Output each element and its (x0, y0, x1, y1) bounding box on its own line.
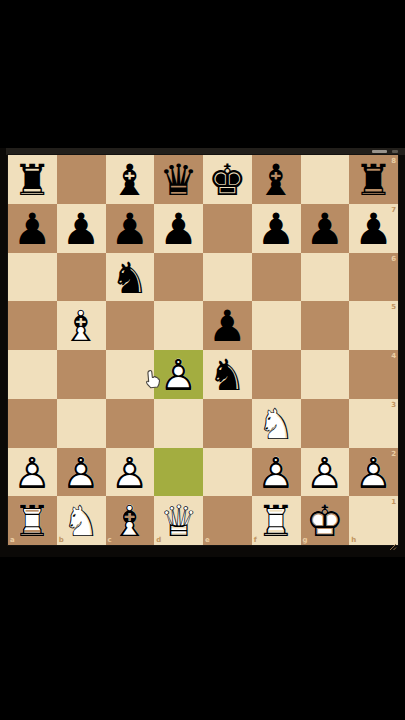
square-d8[interactable]: ♛ (154, 155, 203, 204)
white-pawn[interactable]: ♟♙ (106, 448, 155, 497)
square-e3[interactable] (203, 399, 252, 448)
white-bishop[interactable]: ♝♗ (57, 301, 106, 350)
black-pawn[interactable]: ♟ (57, 204, 106, 253)
square-a2[interactable]: ♟♙ (8, 448, 57, 497)
chess-board: ♜♝♛♚♝♜8♟♟♟♟♟♟♟7♞6♝♗♟5♟♙♞4♞♘3♟♙♟♙♟♙♟♙♟♙♟♙… (8, 155, 398, 545)
rank-label-5: 5 (391, 303, 396, 311)
square-d7[interactable]: ♟ (154, 204, 203, 253)
square-h4[interactable]: 4 (349, 350, 398, 399)
square-a5[interactable] (8, 301, 57, 350)
square-c1[interactable]: ♝♗c (106, 496, 155, 545)
square-b4[interactable] (57, 350, 106, 399)
square-d6[interactable] (154, 253, 203, 302)
white-pawn[interactable]: ♟♙ (349, 448, 398, 497)
square-c8[interactable]: ♝ (106, 155, 155, 204)
black-rook[interactable]: ♜ (8, 155, 57, 204)
square-a1[interactable]: ♜♖a (8, 496, 57, 545)
white-pawn[interactable]: ♟♙ (57, 448, 106, 497)
square-f4[interactable] (252, 350, 301, 399)
square-d3[interactable] (154, 399, 203, 448)
black-pawn[interactable]: ♟ (301, 204, 350, 253)
square-c2[interactable]: ♟♙ (106, 448, 155, 497)
square-d4[interactable]: ♟♙ (154, 350, 203, 399)
square-f1[interactable]: ♜♖f (252, 496, 301, 545)
square-b8[interactable] (57, 155, 106, 204)
square-b2[interactable]: ♟♙ (57, 448, 106, 497)
frame-top-strip (6, 148, 405, 155)
white-pawn[interactable]: ♟♙ (301, 448, 350, 497)
white-pawn[interactable]: ♟♙ (8, 448, 57, 497)
rank-label-1: 1 (391, 498, 396, 506)
file-label-h: h (351, 536, 356, 544)
black-knight[interactable]: ♞ (106, 253, 155, 302)
black-king[interactable]: ♚ (203, 155, 252, 204)
black-knight[interactable]: ♞ (203, 350, 252, 399)
square-c3[interactable] (106, 399, 155, 448)
square-h6[interactable]: 6 (349, 253, 398, 302)
white-knight[interactable]: ♞♘ (252, 399, 301, 448)
square-f2[interactable]: ♟♙ (252, 448, 301, 497)
square-g6[interactable] (301, 253, 350, 302)
white-queen[interactable]: ♛♕ (154, 496, 203, 545)
square-e2[interactable] (203, 448, 252, 497)
square-e7[interactable] (203, 204, 252, 253)
black-pawn[interactable]: ♟ (203, 301, 252, 350)
white-rook[interactable]: ♜♖ (8, 496, 57, 545)
black-pawn[interactable]: ♟ (154, 204, 203, 253)
small-dot-icon (392, 150, 398, 153)
white-bishop[interactable]: ♝♗ (106, 496, 155, 545)
square-h2[interactable]: ♟♙2 (349, 448, 398, 497)
square-e5[interactable]: ♟ (203, 301, 252, 350)
rank-label-6: 6 (391, 255, 396, 263)
square-g4[interactable] (301, 350, 350, 399)
square-b5[interactable]: ♝♗ (57, 301, 106, 350)
board-resize-handle-icon[interactable] (389, 536, 397, 544)
square-h1[interactable]: 1h (349, 496, 398, 545)
square-d2[interactable] (154, 448, 203, 497)
square-c6[interactable]: ♞ (106, 253, 155, 302)
black-pawn[interactable]: ♟ (8, 204, 57, 253)
square-g1[interactable]: ♚♔g (301, 496, 350, 545)
square-e8[interactable]: ♚ (203, 155, 252, 204)
square-h7[interactable]: ♟7 (349, 204, 398, 253)
square-g8[interactable] (301, 155, 350, 204)
square-g3[interactable] (301, 399, 350, 448)
square-e1[interactable]: e (203, 496, 252, 545)
square-f7[interactable]: ♟ (252, 204, 301, 253)
square-a3[interactable] (8, 399, 57, 448)
white-pawn[interactable]: ♟♙ (252, 448, 301, 497)
square-h5[interactable]: 5 (349, 301, 398, 350)
square-e6[interactable] (203, 253, 252, 302)
rank-label-4: 4 (391, 352, 396, 360)
square-f6[interactable] (252, 253, 301, 302)
black-pawn[interactable]: ♟ (252, 204, 301, 253)
square-a6[interactable] (8, 253, 57, 302)
square-g5[interactable] (301, 301, 350, 350)
square-c5[interactable] (106, 301, 155, 350)
white-pawn[interactable]: ♟♙ (154, 350, 203, 399)
square-f8[interactable]: ♝ (252, 155, 301, 204)
square-b7[interactable]: ♟ (57, 204, 106, 253)
square-h3[interactable]: 3 (349, 399, 398, 448)
square-g2[interactable]: ♟♙ (301, 448, 350, 497)
square-a8[interactable]: ♜ (8, 155, 57, 204)
square-b3[interactable] (57, 399, 106, 448)
square-e4[interactable]: ♞ (203, 350, 252, 399)
black-queen[interactable]: ♛ (154, 155, 203, 204)
black-bishop[interactable]: ♝ (106, 155, 155, 204)
white-rook[interactable]: ♜♖ (252, 496, 301, 545)
square-c4[interactable] (106, 350, 155, 399)
square-d1[interactable]: ♛♕d (154, 496, 203, 545)
file-label-e: e (205, 536, 210, 544)
white-king[interactable]: ♚♔ (301, 496, 350, 545)
square-c7[interactable]: ♟ (106, 204, 155, 253)
black-pawn[interactable]: ♟ (106, 204, 155, 253)
black-pawn[interactable]: ♟ (349, 204, 398, 253)
square-d5[interactable] (154, 301, 203, 350)
white-knight[interactable]: ♞♘ (57, 496, 106, 545)
square-g7[interactable]: ♟ (301, 204, 350, 253)
black-bishop[interactable]: ♝ (252, 155, 301, 204)
square-f5[interactable] (252, 301, 301, 350)
square-a4[interactable] (8, 350, 57, 399)
square-b6[interactable] (57, 253, 106, 302)
progress-dash-icon (372, 150, 387, 153)
black-rook[interactable]: ♜ (349, 155, 398, 204)
square-f3[interactable]: ♞♘ (252, 399, 301, 448)
square-h8[interactable]: ♜8 (349, 155, 398, 204)
rank-label-3: 3 (391, 401, 396, 409)
square-a7[interactable]: ♟ (8, 204, 57, 253)
square-b1[interactable]: ♞♘b (57, 496, 106, 545)
